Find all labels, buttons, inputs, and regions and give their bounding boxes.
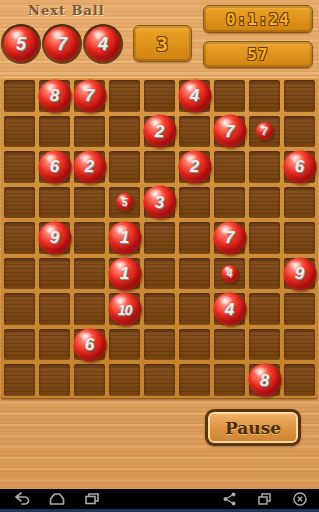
board-cell[interactable]: 9 [39,222,70,254]
board-cell[interactable]: 6 [39,151,70,183]
timer-display: 0:1:24 [203,5,313,33]
board-cell[interactable] [249,293,280,325]
board-cell[interactable] [4,116,35,148]
ball-2[interactable]: 2 [178,150,211,183]
game-screen: Next Ball 5 7 4 3 0:1:24 57 874277622653… [0,0,319,512]
board-cell[interactable] [144,151,175,183]
close-icon[interactable] [291,491,309,507]
board-cell[interactable] [284,222,315,254]
board-cell[interactable] [39,187,70,219]
ball-9[interactable]: 9 [283,257,316,290]
board-cell[interactable]: 6 [284,151,315,183]
ball-7[interactable]: 7 [213,221,246,254]
next-ball-label: Next Ball [28,3,105,18]
board-cell[interactable] [109,80,140,112]
share-icon[interactable] [221,491,239,507]
ball-5-preview[interactable]: 5 [116,193,134,211]
board-cell[interactable]: 7 [249,116,280,148]
board-cell[interactable] [214,187,245,219]
board-cell[interactable] [214,364,245,396]
board-cell[interactable] [144,258,175,290]
board-cell[interactable] [144,364,175,396]
next-ball-socket-3: 4 [83,24,123,64]
ball-2[interactable]: 2 [143,115,176,148]
board-cell[interactable] [249,329,280,361]
board-cell[interactable] [249,222,280,254]
board-cell[interactable] [74,187,105,219]
next-ball-socket-1: 5 [1,24,41,64]
pause-button[interactable]: Pause [205,409,301,446]
board-cell[interactable] [144,222,175,254]
board-cell[interactable] [144,329,175,361]
ball-6[interactable]: 6 [38,150,71,183]
board-cell[interactable] [284,187,315,219]
ball-7[interactable]: 7 [213,115,246,148]
board-cell[interactable]: 7 [214,222,245,254]
board-cell[interactable] [179,222,210,254]
next-ball-socket-2: 7 [42,24,82,64]
ball-4[interactable]: 4 [178,79,211,112]
board-cell[interactable] [74,258,105,290]
ball-8[interactable]: 8 [38,79,71,112]
ball-6[interactable]: 6 [73,328,106,361]
board-cell[interactable] [4,258,35,290]
board-cell[interactable] [284,329,315,361]
board-cell[interactable] [39,258,70,290]
board-cell[interactable] [4,293,35,325]
board-cell[interactable] [284,116,315,148]
next-count-box: 3 [133,25,192,62]
ball-10[interactable]: 10 [108,293,141,326]
board-cell[interactable] [74,116,105,148]
board-cell[interactable] [179,258,210,290]
board-cell[interactable] [39,329,70,361]
board-cell[interactable] [144,293,175,325]
board-cell[interactable] [214,80,245,112]
board-cell[interactable]: 3 [144,187,175,219]
overlapping-windows-icon[interactable] [256,491,274,507]
board-cell[interactable] [39,293,70,325]
ball-8[interactable]: 8 [248,364,281,397]
board-cell[interactable]: 5 [109,187,140,219]
board-cell[interactable] [249,258,280,290]
board-cell[interactable] [179,364,210,396]
ball-2[interactable]: 2 [73,150,106,183]
next-ball-1: 5 [4,27,39,62]
board-cell[interactable]: 7 [214,116,245,148]
board-cell[interactable]: 2 [144,116,175,148]
ball-1[interactable]: 1 [108,221,141,254]
board-cell[interactable]: 6 [74,329,105,361]
ball-6[interactable]: 6 [283,150,316,183]
board-cell[interactable] [249,151,280,183]
board-cell[interactable]: 9 [284,258,315,290]
board-cell[interactable] [39,116,70,148]
recent-apps-icon[interactable] [83,491,101,507]
board-cell[interactable] [179,329,210,361]
board-cell[interactable]: 8 [249,364,280,396]
ball-7-preview[interactable]: 7 [256,122,274,140]
board-cell[interactable]: 2 [74,151,105,183]
board-cell[interactable]: 10 [109,293,140,325]
board-cell[interactable]: 4 [179,80,210,112]
board-cell[interactable] [284,293,315,325]
ball-9[interactable]: 9 [38,221,71,254]
board-cell[interactable] [74,364,105,396]
board-cell[interactable] [109,329,140,361]
board-cell[interactable] [4,80,35,112]
board-cell[interactable] [4,329,35,361]
board-cell[interactable] [74,293,105,325]
board-cell[interactable] [74,222,105,254]
board: 87427762265391714910468 [1,77,318,399]
ball-1[interactable]: 1 [108,257,141,290]
board-cell[interactable]: 4 [214,258,245,290]
board-cell[interactable] [144,80,175,112]
board-cell[interactable] [109,364,140,396]
board-cell[interactable] [109,116,140,148]
next-ball-3: 4 [86,27,121,62]
board-cell[interactable] [284,80,315,112]
board-cell[interactable] [179,293,210,325]
ball-4[interactable]: 4 [213,293,246,326]
board-cell[interactable] [284,364,315,396]
android-navbar [0,489,319,509]
board-cell[interactable]: 8 [39,80,70,112]
home-icon[interactable] [48,491,66,507]
board-cell[interactable]: 1 [109,258,140,290]
board-cell[interactable] [249,80,280,112]
board-cell[interactable] [249,187,280,219]
board-cell[interactable] [179,187,210,219]
next-ball-2: 7 [45,27,80,62]
board-cell[interactable] [4,364,35,396]
board-cell[interactable]: 4 [214,293,245,325]
board-cell[interactable] [4,187,35,219]
board-cell[interactable]: 2 [179,151,210,183]
board-cell[interactable] [4,222,35,254]
board-cell[interactable]: 1 [109,222,140,254]
back-icon[interactable] [13,491,31,507]
score-display: 57 [203,41,313,68]
ball-4-preview[interactable]: 4 [221,265,239,283]
board-cell[interactable] [214,329,245,361]
board-cell[interactable] [214,151,245,183]
ball-7[interactable]: 7 [73,79,106,112]
board-cell[interactable] [4,151,35,183]
board-cell[interactable] [39,364,70,396]
board-cell[interactable]: 7 [74,80,105,112]
board-cell[interactable] [109,151,140,183]
ball-3[interactable]: 3 [143,186,176,219]
board-cell[interactable] [179,116,210,148]
